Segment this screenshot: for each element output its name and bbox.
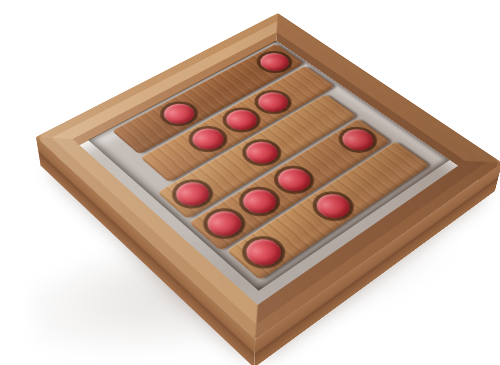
red-peg <box>237 185 283 218</box>
perspective-wrapper <box>0 0 500 365</box>
red-peg <box>336 126 379 155</box>
red-peg <box>200 207 247 242</box>
red-peg <box>220 106 262 134</box>
red-peg <box>252 89 294 116</box>
red-peg <box>158 100 200 128</box>
red-peg <box>186 124 229 153</box>
red-peg <box>254 50 294 75</box>
puzzle-board <box>36 13 500 339</box>
product-photo-stage <box>0 0 500 365</box>
